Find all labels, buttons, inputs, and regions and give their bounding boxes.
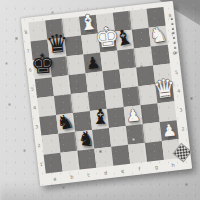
black-pawn-on-d6[interactable]: ♟ [85, 55, 101, 73]
file-label-d: d [97, 168, 115, 178]
dust-specks [0, 0, 1, 1]
file-label-h: h [164, 160, 182, 170]
black-bishop-on-d3[interactable]: ♝ [90, 107, 109, 129]
pieces-layer: ♝♛♚♝♞♚♟♛♞♝♟♟♞ [28, 7, 181, 174]
board-playing-area: ♝♛♚♝♞♚♟♛♞♝♟♟♞ [28, 7, 181, 174]
white-pawn-on-f3[interactable]: ♟ [125, 107, 141, 125]
file-label-b: b [63, 172, 81, 182]
file-label-g: g [147, 162, 165, 172]
white-pawn-on-h2[interactable]: ♟ [161, 122, 177, 140]
file-label-f: f [130, 164, 148, 174]
rank-label-2: 2 [179, 119, 188, 139]
black-knight-on-b3[interactable]: ♞ [54, 110, 76, 133]
photo-scene: ♝♛♚♝♞♚♟♛♞♝♟♟♞ abcdefgh 87654321 87654321… [0, 0, 200, 200]
white-knight-on-h7[interactable]: ♞ [147, 23, 168, 46]
rank-label-3: 3 [176, 100, 185, 120]
table-shadow-bottom [0, 182, 200, 200]
black-knight-on-c2[interactable]: ♞ [76, 128, 96, 150]
rank-label-4: 4 [174, 81, 183, 101]
file-label-e: e [114, 166, 132, 176]
file-label-c: c [80, 170, 98, 180]
file-label-a: a [46, 174, 64, 184]
chess-board: ♝♛♚♝♞♚♟♛♞♝♟♟♞ abcdefgh 87654321 87654321… [21, 1, 192, 186]
